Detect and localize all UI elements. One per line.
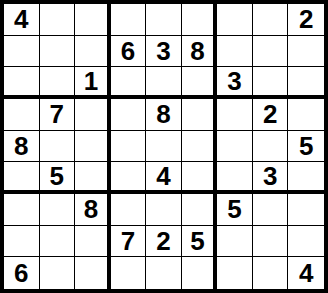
cell-r3c3[interactable]: 1 xyxy=(75,67,111,99)
cell-r7c5[interactable] xyxy=(146,194,182,226)
cell-r7c4[interactable] xyxy=(111,194,147,226)
cell-r4c3[interactable] xyxy=(75,99,111,131)
cell-r4c1[interactable] xyxy=(4,99,40,131)
cell-r3c8[interactable] xyxy=(253,67,289,99)
cell-r7c1[interactable] xyxy=(4,194,40,226)
cell-r2c4[interactable]: 6 xyxy=(111,36,147,68)
cell-r2c9[interactable] xyxy=(288,36,324,68)
cell-r8c4[interactable]: 7 xyxy=(111,226,147,258)
cell-r9c3[interactable] xyxy=(75,257,111,289)
cell-r7c2[interactable] xyxy=(40,194,76,226)
cell-r9c7[interactable] xyxy=(217,257,253,289)
cell-r4c8[interactable]: 2 xyxy=(253,99,289,131)
cell-r5c5[interactable] xyxy=(146,131,182,163)
cell-r4c9[interactable] xyxy=(288,99,324,131)
cell-r5c8[interactable] xyxy=(253,131,289,163)
cell-r5c9[interactable]: 5 xyxy=(288,131,324,163)
cell-r7c7[interactable]: 5 xyxy=(217,194,253,226)
cell-r2c1[interactable] xyxy=(4,36,40,68)
cell-r6c8[interactable]: 3 xyxy=(253,162,289,194)
cell-r7c9[interactable] xyxy=(288,194,324,226)
cell-r3c2[interactable] xyxy=(40,67,76,99)
cell-r2c3[interactable] xyxy=(75,36,111,68)
cell-r1c6[interactable] xyxy=(182,4,218,36)
cell-r8c3[interactable] xyxy=(75,226,111,258)
cell-r8c7[interactable] xyxy=(217,226,253,258)
cell-r5c4[interactable] xyxy=(111,131,147,163)
cell-r1c7[interactable] xyxy=(217,4,253,36)
cell-r8c1[interactable] xyxy=(4,226,40,258)
cell-r7c6[interactable] xyxy=(182,194,218,226)
cell-r5c2[interactable] xyxy=(40,131,76,163)
cell-r6c2[interactable]: 5 xyxy=(40,162,76,194)
cell-r4c6[interactable] xyxy=(182,99,218,131)
cell-r3c1[interactable] xyxy=(4,67,40,99)
cell-r2c6[interactable]: 8 xyxy=(182,36,218,68)
cell-r8c2[interactable] xyxy=(40,226,76,258)
cell-r6c5[interactable]: 4 xyxy=(146,162,182,194)
cell-r9c1[interactable]: 6 xyxy=(4,257,40,289)
cell-r2c7[interactable] xyxy=(217,36,253,68)
cell-r8c6[interactable]: 5 xyxy=(182,226,218,258)
cell-r9c6[interactable] xyxy=(182,257,218,289)
cell-r9c4[interactable] xyxy=(111,257,147,289)
cell-r6c7[interactable] xyxy=(217,162,253,194)
cell-r2c8[interactable] xyxy=(253,36,289,68)
cell-r5c6[interactable] xyxy=(182,131,218,163)
sudoku-board: 4 2 6 3 8 1 3 7 8 2 8 5 5 4 3 8 xyxy=(0,0,328,293)
cell-r6c1[interactable] xyxy=(4,162,40,194)
cell-r1c4[interactable] xyxy=(111,4,147,36)
cell-r7c8[interactable] xyxy=(253,194,289,226)
cell-r8c8[interactable] xyxy=(253,226,289,258)
cell-r1c1[interactable]: 4 xyxy=(4,4,40,36)
cell-r3c7[interactable]: 3 xyxy=(217,67,253,99)
cell-r1c5[interactable] xyxy=(146,4,182,36)
cell-r4c4[interactable] xyxy=(111,99,147,131)
cell-r5c1[interactable]: 8 xyxy=(4,131,40,163)
cell-r1c2[interactable] xyxy=(40,4,76,36)
cell-r6c6[interactable] xyxy=(182,162,218,194)
cell-r3c9[interactable] xyxy=(288,67,324,99)
cell-r6c4[interactable] xyxy=(111,162,147,194)
cell-r6c3[interactable] xyxy=(75,162,111,194)
cell-r4c7[interactable] xyxy=(217,99,253,131)
cell-r3c4[interactable] xyxy=(111,67,147,99)
cell-r1c9[interactable]: 2 xyxy=(288,4,324,36)
cell-r9c8[interactable] xyxy=(253,257,289,289)
cell-r9c9[interactable]: 4 xyxy=(288,257,324,289)
cell-r4c2[interactable]: 7 xyxy=(40,99,76,131)
cell-r5c3[interactable] xyxy=(75,131,111,163)
cell-r8c5[interactable]: 2 xyxy=(146,226,182,258)
cell-r6c9[interactable] xyxy=(288,162,324,194)
cell-r1c3[interactable] xyxy=(75,4,111,36)
cell-r5c7[interactable] xyxy=(217,131,253,163)
cell-r1c8[interactable] xyxy=(253,4,289,36)
cell-r9c5[interactable] xyxy=(146,257,182,289)
cell-r9c2[interactable] xyxy=(40,257,76,289)
cell-r3c5[interactable] xyxy=(146,67,182,99)
cell-r7c3[interactable]: 8 xyxy=(75,194,111,226)
cell-r4c5[interactable]: 8 xyxy=(146,99,182,131)
cell-r3c6[interactable] xyxy=(182,67,218,99)
cell-r8c9[interactable] xyxy=(288,226,324,258)
cell-r2c2[interactable] xyxy=(40,36,76,68)
cell-r2c5[interactable]: 3 xyxy=(146,36,182,68)
